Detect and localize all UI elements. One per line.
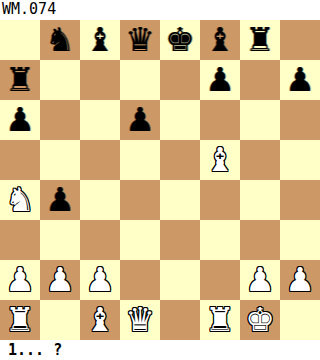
chess-board: ♞♝♛♚♝♜♜♟♟♟♟♝♞♟♟♟♟♟♟♜♝♛♜♚ — [0, 20, 320, 340]
square-a2[interactable]: ♟ — [0, 260, 40, 300]
square-d4[interactable] — [120, 180, 160, 220]
square-e3[interactable] — [160, 220, 200, 260]
square-d1[interactable]: ♛ — [120, 300, 160, 340]
white-pawn-piece: ♟ — [45, 260, 75, 300]
white-bishop-piece: ♝ — [205, 140, 235, 180]
square-g7[interactable] — [240, 60, 280, 100]
square-e8[interactable]: ♚ — [160, 20, 200, 60]
white-queen-piece: ♛ — [125, 300, 155, 340]
square-c4[interactable] — [80, 180, 120, 220]
square-a7[interactable]: ♜ — [0, 60, 40, 100]
square-e7[interactable] — [160, 60, 200, 100]
square-c3[interactable] — [80, 220, 120, 260]
white-bishop-piece: ♝ — [85, 300, 115, 340]
white-pawn-piece: ♟ — [85, 260, 115, 300]
square-c2[interactable]: ♟ — [80, 260, 120, 300]
square-d8[interactable]: ♛ — [120, 20, 160, 60]
square-h2[interactable]: ♟ — [280, 260, 320, 300]
black-rook-piece: ♜ — [5, 60, 35, 100]
square-g8[interactable]: ♜ — [240, 20, 280, 60]
square-h3[interactable] — [280, 220, 320, 260]
square-g5[interactable] — [240, 140, 280, 180]
square-h7[interactable]: ♟ — [280, 60, 320, 100]
black-bishop-piece: ♝ — [85, 20, 115, 60]
square-h6[interactable] — [280, 100, 320, 140]
square-d5[interactable] — [120, 140, 160, 180]
square-a1[interactable]: ♜ — [0, 300, 40, 340]
square-f5[interactable]: ♝ — [200, 140, 240, 180]
square-f1[interactable]: ♜ — [200, 300, 240, 340]
square-h8[interactable] — [280, 20, 320, 60]
square-d7[interactable] — [120, 60, 160, 100]
square-f2[interactable] — [200, 260, 240, 300]
black-king-piece: ♚ — [165, 20, 195, 60]
square-b3[interactable] — [40, 220, 80, 260]
black-rook-piece: ♜ — [245, 20, 275, 60]
square-b2[interactable]: ♟ — [40, 260, 80, 300]
square-f8[interactable]: ♝ — [200, 20, 240, 60]
square-c5[interactable] — [80, 140, 120, 180]
black-pawn-piece: ♟ — [125, 100, 155, 140]
chess-app-window: WM.074 ♞♝♛♚♝♜♜♟♟♟♟♝♞♟♟♟♟♟♟♜♝♛♜♚ 1... ? — [0, 0, 320, 360]
square-f7[interactable]: ♟ — [200, 60, 240, 100]
black-knight-piece: ♞ — [45, 20, 75, 60]
square-g6[interactable] — [240, 100, 280, 140]
square-a8[interactable] — [0, 20, 40, 60]
square-b8[interactable]: ♞ — [40, 20, 80, 60]
square-e5[interactable] — [160, 140, 200, 180]
square-c7[interactable] — [80, 60, 120, 100]
square-f4[interactable] — [200, 180, 240, 220]
white-pawn-piece: ♟ — [245, 260, 275, 300]
square-d6[interactable]: ♟ — [120, 100, 160, 140]
white-rook-piece: ♜ — [5, 300, 35, 340]
square-e6[interactable] — [160, 100, 200, 140]
square-e4[interactable] — [160, 180, 200, 220]
square-g1[interactable]: ♚ — [240, 300, 280, 340]
square-a3[interactable] — [0, 220, 40, 260]
puzzle-title: WM.074 — [0, 0, 320, 20]
square-g4[interactable] — [240, 180, 280, 220]
square-a4[interactable]: ♞ — [0, 180, 40, 220]
white-knight-piece: ♞ — [5, 180, 35, 220]
square-b5[interactable] — [40, 140, 80, 180]
square-g2[interactable]: ♟ — [240, 260, 280, 300]
square-a5[interactable] — [0, 140, 40, 180]
square-h5[interactable] — [280, 140, 320, 180]
square-d3[interactable] — [120, 220, 160, 260]
square-g3[interactable] — [240, 220, 280, 260]
square-b4[interactable]: ♟ — [40, 180, 80, 220]
black-queen-piece: ♛ — [125, 20, 155, 60]
square-h1[interactable] — [280, 300, 320, 340]
white-king-piece: ♚ — [245, 300, 275, 340]
square-b7[interactable] — [40, 60, 80, 100]
square-h4[interactable] — [280, 180, 320, 220]
white-rook-piece: ♜ — [205, 300, 235, 340]
black-pawn-piece: ♟ — [205, 60, 235, 100]
square-b1[interactable] — [40, 300, 80, 340]
square-e1[interactable] — [160, 300, 200, 340]
square-a6[interactable]: ♟ — [0, 100, 40, 140]
black-pawn-piece: ♟ — [5, 100, 35, 140]
square-b6[interactable] — [40, 100, 80, 140]
black-pawn-piece: ♟ — [285, 60, 315, 100]
square-f3[interactable] — [200, 220, 240, 260]
square-c6[interactable] — [80, 100, 120, 140]
black-pawn-piece: ♟ — [45, 180, 75, 220]
square-e2[interactable] — [160, 260, 200, 300]
white-pawn-piece: ♟ — [5, 260, 35, 300]
black-bishop-piece: ♝ — [205, 20, 235, 60]
square-c8[interactable]: ♝ — [80, 20, 120, 60]
square-f6[interactable] — [200, 100, 240, 140]
move-prompt: 1... ? — [0, 340, 320, 360]
square-c1[interactable]: ♝ — [80, 300, 120, 340]
square-d2[interactable] — [120, 260, 160, 300]
white-pawn-piece: ♟ — [285, 260, 315, 300]
